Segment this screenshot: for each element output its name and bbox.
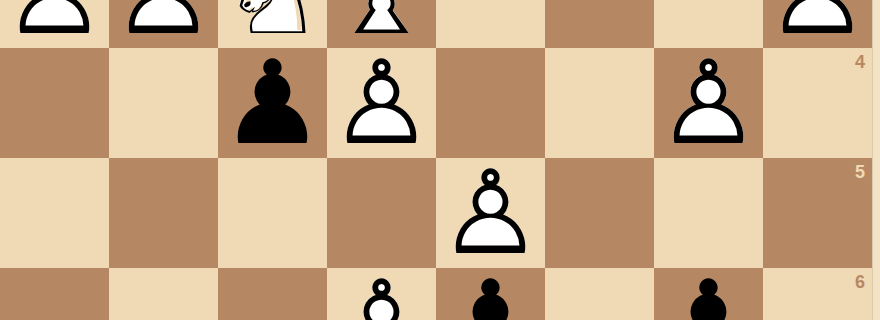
square-g5[interactable]: [109, 158, 218, 268]
square-c4[interactable]: [545, 48, 654, 158]
piece-outline-layer: ♙: [109, 0, 218, 48]
board-grid: ♟♙♟♙♞♘♝♗♟♙♟♟♙♟♙4♟♙5♟♙♟♟6: [0, 0, 872, 320]
square-f5[interactable]: [218, 158, 327, 268]
square-d3[interactable]: [436, 0, 545, 48]
square-g6[interactable]: [109, 268, 218, 320]
rank-label-5: 5: [855, 162, 865, 183]
piece-fill-layer: ♟: [218, 48, 327, 158]
black-pawn-icon[interactable]: ♟: [654, 268, 763, 320]
piece-outline-layer: ♙: [327, 268, 436, 320]
piece-outline-layer: ♙: [763, 0, 872, 48]
square-h6[interactable]: [0, 268, 109, 320]
white-pawn-icon[interactable]: ♟♙: [109, 0, 218, 48]
piece-fill-layer: ♟: [654, 268, 763, 320]
square-a3[interactable]: ♟♙: [763, 0, 872, 48]
white-pawn-icon[interactable]: ♟♙: [436, 158, 545, 268]
square-a6[interactable]: 6: [763, 268, 872, 320]
white-pawn-icon[interactable]: ♟♙: [327, 48, 436, 158]
white-pawn-icon[interactable]: ♟♙: [327, 268, 436, 320]
piece-outline-layer: ♙: [327, 48, 436, 158]
piece-outline-layer: ♙: [436, 158, 545, 268]
square-e4[interactable]: ♟♙: [327, 48, 436, 158]
square-e5[interactable]: [327, 158, 436, 268]
square-a5[interactable]: 5: [763, 158, 872, 268]
piece-outline-layer: ♙: [654, 48, 763, 158]
square-b6[interactable]: ♟: [654, 268, 763, 320]
square-g4[interactable]: [109, 48, 218, 158]
white-pawn-icon[interactable]: ♟♙: [0, 0, 109, 48]
black-pawn-icon[interactable]: ♟: [436, 268, 545, 320]
square-d5[interactable]: ♟♙: [436, 158, 545, 268]
square-c6[interactable]: [545, 268, 654, 320]
square-h3[interactable]: ♟♙: [0, 0, 109, 48]
square-c3[interactable]: [545, 0, 654, 48]
square-c5[interactable]: [545, 158, 654, 268]
square-d4[interactable]: [436, 48, 545, 158]
square-h4[interactable]: [0, 48, 109, 158]
chess-board[interactable]: ♟♙♟♙♞♘♝♗♟♙♟♟♙♟♙4♟♙5♟♙♟♟6: [0, 0, 872, 320]
black-pawn-icon[interactable]: ♟: [218, 48, 327, 158]
rank-label-6: 6: [855, 272, 865, 293]
square-b4[interactable]: ♟♙: [654, 48, 763, 158]
page-background: ♟♙♟♙♞♘♝♗♟♙♟♟♙♟♙4♟♙5♟♙♟♟6: [0, 0, 880, 320]
piece-fill-layer: ♟: [436, 268, 545, 320]
white-pawn-icon[interactable]: ♟♙: [763, 0, 872, 48]
square-b5[interactable]: [654, 158, 763, 268]
square-f4[interactable]: ♟: [218, 48, 327, 158]
page-background-strip: [872, 0, 880, 320]
rank-label-4: 4: [855, 52, 865, 73]
white-pawn-icon[interactable]: ♟♙: [654, 48, 763, 158]
square-a4[interactable]: 4: [763, 48, 872, 158]
square-g3[interactable]: ♟♙: [109, 0, 218, 48]
square-d6[interactable]: ♟: [436, 268, 545, 320]
piece-outline-layer: ♙: [0, 0, 109, 48]
square-e6[interactable]: ♟♙: [327, 268, 436, 320]
square-h5[interactable]: [0, 158, 109, 268]
square-f6[interactable]: [218, 268, 327, 320]
